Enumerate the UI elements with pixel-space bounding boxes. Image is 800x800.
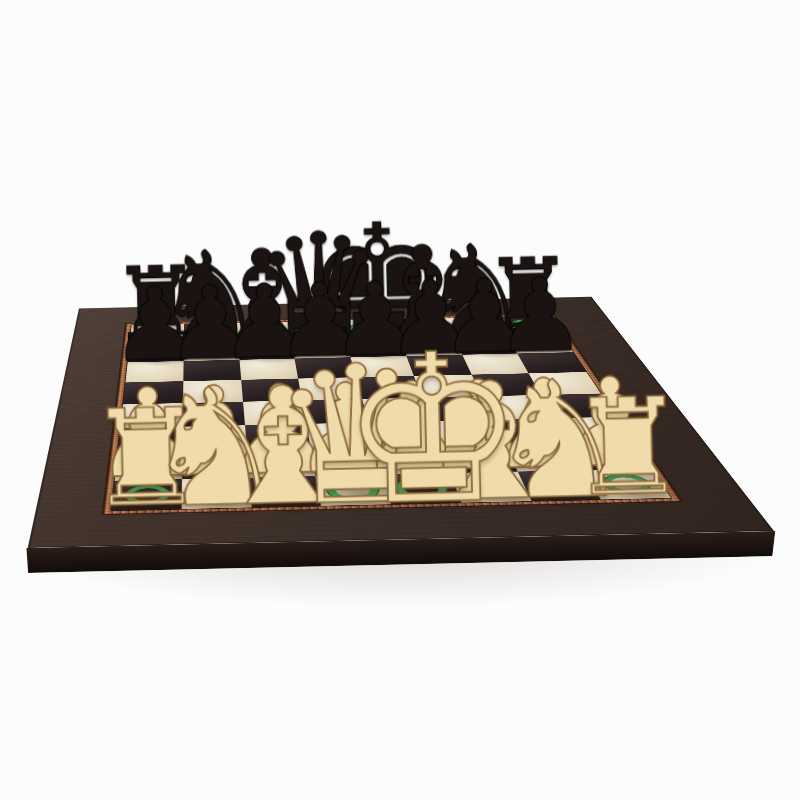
scene: ♜♞♝♛♚♝♞♜♟♟♟♟♟♟♟♟♟♟♟♟♟♟♟♟♜♞♝♛♚♝♞♜: [0, 0, 800, 800]
product-photo-stage: ♜♞♝♛♚♝♞♜♟♟♟♟♟♟♟♟♟♟♟♟♟♟♟♟♜♞♝♛♚♝♞♜: [0, 0, 800, 800]
chess-board: ♜♞♝♛♚♝♞♜♟♟♟♟♟♟♟♟♟♟♟♟♟♟♟♟♜♞♝♛♚♝♞♜: [28, 297, 774, 548]
